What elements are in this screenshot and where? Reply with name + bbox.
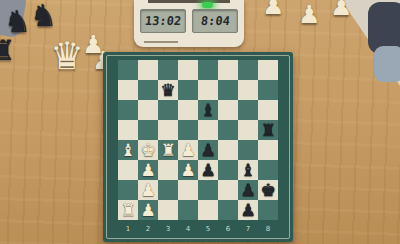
piece-wP-g2: ♟ bbox=[138, 180, 158, 200]
square-c2[interactable] bbox=[138, 100, 158, 120]
square-d3[interactable] bbox=[158, 120, 178, 140]
piece-wP-h2: ♟ bbox=[138, 200, 158, 220]
coord-label-4: 4 bbox=[178, 222, 198, 236]
square-h2[interactable]: ♟ bbox=[138, 200, 158, 220]
square-b2[interactable] bbox=[138, 80, 158, 100]
piece-wK-e2: ♚ bbox=[138, 140, 158, 160]
coord-label-2: 2 bbox=[138, 222, 158, 236]
square-f8[interactable] bbox=[258, 160, 278, 180]
clock-green-led-icon bbox=[202, 2, 213, 8]
captured-wP-7: ♟ bbox=[298, 0, 320, 29]
square-e2[interactable]: ♚ bbox=[138, 140, 158, 160]
square-b7[interactable] bbox=[238, 80, 258, 100]
clock-right-time: 8:04 bbox=[200, 14, 230, 28]
square-h8[interactable] bbox=[258, 200, 278, 220]
square-b5[interactable] bbox=[198, 80, 218, 100]
captured-wQ-3: ♛ bbox=[50, 34, 84, 78]
clock-rocker-bar bbox=[148, 0, 230, 3]
square-h3[interactable] bbox=[158, 200, 178, 220]
square-c3[interactable] bbox=[158, 100, 178, 120]
coord-label-3: 3 bbox=[158, 222, 178, 236]
coord-label-1: 1 bbox=[118, 222, 138, 236]
square-f7[interactable]: ♝ bbox=[238, 160, 258, 180]
square-b6[interactable] bbox=[218, 80, 238, 100]
square-c1[interactable] bbox=[118, 100, 138, 120]
square-g8[interactable]: ♚ bbox=[258, 180, 278, 200]
square-c5[interactable]: ♝ bbox=[198, 100, 218, 120]
square-e8[interactable] bbox=[258, 140, 278, 160]
square-e7[interactable] bbox=[238, 140, 258, 160]
table-scene: 13:02 8:04 ♛♝♜♝♚♜♟♟♟♟♟♝♟♟♚♜♟♟ 12345678 ♜… bbox=[0, 0, 400, 244]
square-h1[interactable]: ♜ bbox=[118, 200, 138, 220]
square-c8[interactable] bbox=[258, 100, 278, 120]
clock-right-display: 8:04 bbox=[192, 9, 238, 33]
coord-label-6: 6 bbox=[218, 222, 238, 236]
square-c4[interactable] bbox=[178, 100, 198, 120]
square-c7[interactable] bbox=[238, 100, 258, 120]
chess-board: ♛♝♜♝♚♜♟♟♟♟♟♝♟♟♚♜♟♟ 12345678 bbox=[103, 52, 293, 242]
board-coordinates: 12345678 bbox=[118, 222, 278, 236]
square-h6[interactable] bbox=[218, 200, 238, 220]
square-a1[interactable] bbox=[118, 60, 138, 80]
square-d2[interactable] bbox=[138, 120, 158, 140]
square-g5[interactable] bbox=[198, 180, 218, 200]
square-a5[interactable] bbox=[198, 60, 218, 80]
square-h4[interactable] bbox=[178, 200, 198, 220]
coord-label-7: 7 bbox=[238, 222, 258, 236]
square-e6[interactable] bbox=[218, 140, 238, 160]
piece-wB-e1: ♝ bbox=[118, 140, 138, 160]
square-b4[interactable] bbox=[178, 80, 198, 100]
square-d1[interactable] bbox=[118, 120, 138, 140]
clock-left-time: 13:02 bbox=[144, 14, 182, 28]
coord-label-8: 8 bbox=[258, 222, 278, 236]
square-g4[interactable] bbox=[178, 180, 198, 200]
piece-bP-h7: ♟ bbox=[238, 200, 258, 220]
square-g2[interactable]: ♟ bbox=[138, 180, 158, 200]
captured-bN-2: ♞ bbox=[30, 0, 57, 33]
clock-brand-mark bbox=[144, 41, 178, 43]
square-g1[interactable] bbox=[118, 180, 138, 200]
piece-wR-h1: ♜ bbox=[118, 200, 138, 220]
square-b8[interactable] bbox=[258, 80, 278, 100]
piece-bQ-b3: ♛ bbox=[158, 80, 178, 100]
piece-wP-e4: ♟ bbox=[178, 140, 198, 160]
square-c6[interactable] bbox=[218, 100, 238, 120]
square-a2[interactable] bbox=[138, 60, 158, 80]
piece-bB-c5: ♝ bbox=[198, 100, 218, 120]
square-f3[interactable] bbox=[158, 160, 178, 180]
chess-clock: 13:02 8:04 bbox=[134, 0, 244, 47]
square-d4[interactable] bbox=[178, 120, 198, 140]
square-e1[interactable]: ♝ bbox=[118, 140, 138, 160]
square-e4[interactable]: ♟ bbox=[178, 140, 198, 160]
coord-label-5: 5 bbox=[198, 222, 218, 236]
square-f4[interactable]: ♟ bbox=[178, 160, 198, 180]
square-g7[interactable]: ♟ bbox=[238, 180, 258, 200]
square-g3[interactable] bbox=[158, 180, 178, 200]
square-f1[interactable] bbox=[118, 160, 138, 180]
square-d6[interactable] bbox=[218, 120, 238, 140]
captured-wP-8: ♟ bbox=[330, 0, 352, 21]
square-a4[interactable] bbox=[178, 60, 198, 80]
square-d8[interactable]: ♜ bbox=[258, 120, 278, 140]
piece-bB-f7: ♝ bbox=[238, 160, 258, 180]
piece-bP-f5: ♟ bbox=[198, 160, 218, 180]
square-g6[interactable] bbox=[218, 180, 238, 200]
square-h5[interactable] bbox=[198, 200, 218, 220]
square-h7[interactable]: ♟ bbox=[238, 200, 258, 220]
piece-wP-f2: ♟ bbox=[138, 160, 158, 180]
square-a3[interactable] bbox=[158, 60, 178, 80]
square-b3[interactable]: ♛ bbox=[158, 80, 178, 100]
clock-left-display: 13:02 bbox=[140, 9, 186, 33]
board-grid: ♛♝♜♝♚♜♟♟♟♟♟♝♟♟♚♜♟♟ bbox=[118, 60, 278, 220]
square-a6[interactable] bbox=[218, 60, 238, 80]
piece-bP-e5: ♟ bbox=[198, 140, 218, 160]
square-b1[interactable] bbox=[118, 80, 138, 100]
square-e3[interactable]: ♜ bbox=[158, 140, 178, 160]
square-f2[interactable]: ♟ bbox=[138, 160, 158, 180]
captured-bN-1: ♞ bbox=[4, 4, 31, 39]
captured-wP-6: ♟ bbox=[262, 0, 284, 20]
spectator-sleeve bbox=[374, 46, 400, 82]
piece-bR-d8: ♜ bbox=[258, 120, 278, 140]
piece-wP-f4: ♟ bbox=[178, 160, 198, 180]
square-a8[interactable] bbox=[258, 60, 278, 80]
square-f5[interactable]: ♟ bbox=[198, 160, 218, 180]
square-f6[interactable] bbox=[218, 160, 238, 180]
square-e5[interactable]: ♟ bbox=[198, 140, 218, 160]
square-a7[interactable] bbox=[238, 60, 258, 80]
piece-bK-g8: ♚ bbox=[258, 180, 278, 200]
piece-bP-g7: ♟ bbox=[238, 180, 258, 200]
square-d7[interactable] bbox=[238, 120, 258, 140]
piece-wR-e3: ♜ bbox=[158, 140, 178, 160]
square-d5[interactable] bbox=[198, 120, 218, 140]
